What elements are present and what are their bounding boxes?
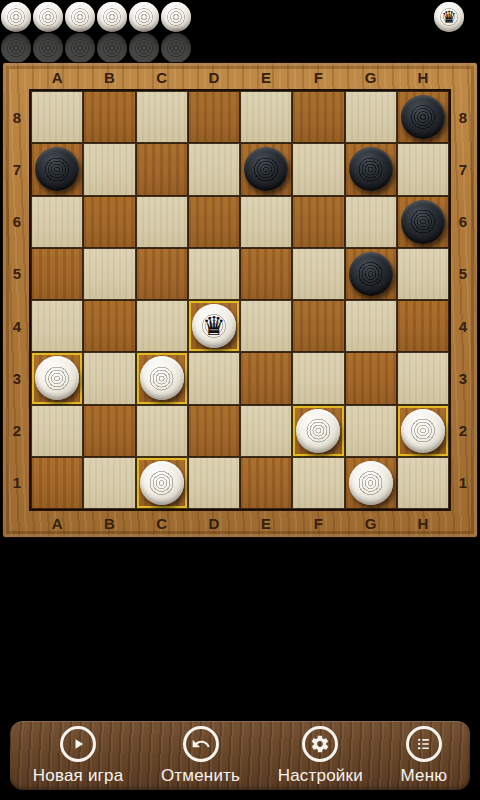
menu-icon [406, 726, 442, 762]
king-crown-icon: ♛ [202, 313, 225, 339]
square-a1[interactable] [31, 457, 83, 509]
square-c8 [136, 91, 188, 143]
square-a8 [31, 91, 83, 143]
piece-black-man-g5[interactable] [349, 252, 393, 296]
square-g4 [345, 300, 397, 352]
rank-label-1: 1 [450, 457, 476, 509]
square-h2[interactable] [397, 405, 449, 457]
rank-label-7: 7 [4, 143, 30, 195]
square-a5[interactable] [31, 248, 83, 300]
square-a6 [31, 196, 83, 248]
square-c6 [136, 196, 188, 248]
rank-label-7: 7 [450, 143, 476, 195]
file-label-a: A [31, 510, 83, 536]
board: ♛ [29, 89, 451, 511]
square-b2[interactable] [83, 405, 135, 457]
rank-label-6: 6 [4, 196, 30, 248]
turn-indicator: ♛ [434, 2, 464, 32]
file-label-b: B [83, 64, 135, 90]
square-c7[interactable] [136, 143, 188, 195]
king-crown-icon: ♛ [441, 9, 456, 26]
square-d6[interactable] [188, 196, 240, 248]
file-label-d: D [188, 510, 240, 536]
square-e7[interactable] [240, 143, 292, 195]
rank-label-3: 3 [450, 352, 476, 404]
captured-piece-reflection [161, 33, 191, 63]
captured-piece [97, 2, 127, 32]
square-d1 [188, 457, 240, 509]
square-g2 [345, 405, 397, 457]
white-king-piece-icon: ♛ [434, 2, 464, 32]
square-e4 [240, 300, 292, 352]
square-f5 [292, 248, 344, 300]
file-label-c: C [136, 64, 188, 90]
captured-piece-reflection [65, 33, 95, 63]
square-e2 [240, 405, 292, 457]
piece-white-king-d4[interactable]: ♛ [192, 304, 236, 348]
square-e3[interactable] [240, 352, 292, 404]
rank-label-1: 1 [4, 457, 30, 509]
square-b1 [83, 457, 135, 509]
rank-label-4: 4 [450, 300, 476, 352]
file-label-b: B [83, 510, 135, 536]
rank-label-3: 3 [4, 352, 30, 404]
square-c3[interactable] [136, 352, 188, 404]
captured-piece-reflection [33, 33, 63, 63]
square-d4[interactable]: ♛ [188, 300, 240, 352]
square-c1[interactable] [136, 457, 188, 509]
captured-piece-reflection [97, 33, 127, 63]
captured-piece [161, 2, 191, 32]
square-c5[interactable] [136, 248, 188, 300]
play-icon [60, 726, 96, 762]
board-frame: ABCDEFGH ABCDEFGH 87654321 87654321 ♛ [2, 62, 478, 538]
settings-icon [302, 726, 338, 762]
file-label-e: E [240, 64, 292, 90]
undo-button[interactable]: Отменить [161, 726, 240, 786]
rank-label-2: 2 [4, 405, 30, 457]
piece-white-man-f2[interactable] [296, 409, 340, 453]
checkers-app-screen: ♛ ABCDEFGH ABCDEFGH 87654321 87654321 ♛ … [0, 0, 480, 800]
file-label-g: G [345, 510, 397, 536]
square-g5[interactable] [345, 248, 397, 300]
toolbar: Новая играОтменитьНастройкиМеню [10, 721, 470, 790]
square-c2 [136, 405, 188, 457]
square-d3 [188, 352, 240, 404]
rank-label-5: 5 [450, 248, 476, 300]
button-label: Отменить [161, 766, 240, 786]
piece-black-man-e7[interactable] [244, 147, 288, 191]
piece-white-man-a3[interactable] [35, 356, 79, 400]
square-h5 [397, 248, 449, 300]
captured-pieces-tray [1, 2, 191, 63]
square-d8[interactable] [188, 91, 240, 143]
square-h8[interactable] [397, 91, 449, 143]
square-a7[interactable] [31, 143, 83, 195]
captured-piece [129, 2, 159, 32]
square-h6[interactable] [397, 196, 449, 248]
square-b6[interactable] [83, 196, 135, 248]
undo-icon [183, 726, 219, 762]
square-g7[interactable] [345, 143, 397, 195]
captured-piece [65, 2, 95, 32]
square-e6 [240, 196, 292, 248]
square-h7 [397, 143, 449, 195]
piece-black-man-h6[interactable] [401, 200, 445, 244]
square-a4 [31, 300, 83, 352]
piece-black-man-h8[interactable] [401, 95, 445, 139]
new-game-button[interactable]: Новая игра [33, 726, 124, 786]
button-label: Меню [400, 766, 447, 786]
square-b3 [83, 352, 135, 404]
file-label-a: A [31, 64, 83, 90]
square-g1[interactable] [345, 457, 397, 509]
captured-pieces-reflection [1, 33, 191, 63]
piece-white-man-g1[interactable] [349, 461, 393, 505]
square-f3 [292, 352, 344, 404]
rank-label-5: 5 [4, 248, 30, 300]
captured-piece [33, 2, 63, 32]
square-h3 [397, 352, 449, 404]
square-f2[interactable] [292, 405, 344, 457]
captured-piece [1, 2, 31, 32]
captured-piece-reflection [1, 33, 31, 63]
piece-white-man-h2[interactable] [401, 409, 445, 453]
button-label: Настройки [278, 766, 363, 786]
square-b4[interactable] [83, 300, 135, 352]
square-d5 [188, 248, 240, 300]
square-f8[interactable] [292, 91, 344, 143]
square-g3[interactable] [345, 352, 397, 404]
file-label-h: H [397, 510, 449, 536]
rank-label-2: 2 [450, 405, 476, 457]
square-a2 [31, 405, 83, 457]
piece-black-man-a7[interactable] [35, 147, 79, 191]
captured-pieces-row [1, 2, 191, 32]
rank-label-8: 8 [4, 91, 30, 143]
piece-black-man-g7[interactable] [349, 147, 393, 191]
file-label-d: D [188, 64, 240, 90]
menu-button[interactable]: Меню [400, 726, 447, 786]
file-label-h: H [397, 64, 449, 90]
square-c4 [136, 300, 188, 352]
square-a3[interactable] [31, 352, 83, 404]
square-h4[interactable] [397, 300, 449, 352]
file-labels-bottom: ABCDEFGH [31, 510, 449, 536]
file-label-f: F [292, 64, 344, 90]
square-b8[interactable] [83, 91, 135, 143]
rank-labels-right: 87654321 [450, 91, 476, 509]
file-label-g: G [345, 64, 397, 90]
square-g6 [345, 196, 397, 248]
file-label-c: C [136, 510, 188, 536]
file-label-f: F [292, 510, 344, 536]
square-g8 [345, 91, 397, 143]
rank-labels-left: 87654321 [4, 91, 30, 509]
piece-white-man-c1[interactable] [140, 461, 184, 505]
square-h1 [397, 457, 449, 509]
square-d2[interactable] [188, 405, 240, 457]
square-f4[interactable] [292, 300, 344, 352]
file-label-e: E [240, 510, 292, 536]
button-label: Новая игра [33, 766, 124, 786]
settings-button[interactable]: Настройки [278, 726, 363, 786]
rank-label-4: 4 [4, 300, 30, 352]
square-f7 [292, 143, 344, 195]
file-labels-top: ABCDEFGH [31, 64, 449, 90]
piece-white-man-c3[interactable] [140, 356, 184, 400]
rank-label-8: 8 [450, 91, 476, 143]
square-e8 [240, 91, 292, 143]
square-b7 [83, 143, 135, 195]
square-f1 [292, 457, 344, 509]
square-e1[interactable] [240, 457, 292, 509]
square-e5[interactable] [240, 248, 292, 300]
square-d7 [188, 143, 240, 195]
square-b5 [83, 248, 135, 300]
captured-piece-reflection [129, 33, 159, 63]
square-f6[interactable] [292, 196, 344, 248]
rank-label-6: 6 [450, 196, 476, 248]
